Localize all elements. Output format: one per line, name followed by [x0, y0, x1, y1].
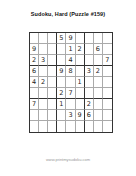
sudoku-cell-r1c1 — [30, 33, 39, 44]
sudoku-cell-r8c2 — [39, 110, 48, 121]
sudoku-cell-r7c7: 2 — [85, 99, 94, 110]
sudoku-cell-r6c6 — [76, 88, 85, 99]
sudoku-cell-r6c9 — [103, 88, 112, 99]
sudoku-cell-r1c8 — [94, 33, 103, 44]
sudoku-cell-r2c2 — [39, 44, 48, 55]
sudoku-cell-r9c8 — [94, 121, 103, 132]
sudoku-cell-r3c7 — [85, 55, 94, 66]
sudoku-cell-r3c9: 7 — [103, 55, 112, 66]
sudoku-cell-r3c4 — [57, 55, 66, 66]
sudoku-cell-r4c6 — [76, 66, 85, 77]
sudoku-cell-r5c3 — [48, 77, 57, 88]
sudoku-cell-r9c7 — [85, 121, 94, 132]
sudoku-cell-r8c1 — [30, 110, 39, 121]
sudoku-cell-r8c3 — [48, 110, 57, 121]
sudoku-cell-r6c7 — [85, 88, 94, 99]
sudoku-cell-r4c3 — [48, 66, 57, 77]
sudoku-cell-r5c4 — [57, 77, 66, 88]
sudoku-cell-r9c1 — [30, 121, 39, 132]
sudoku-cell-r3c1: 2 — [30, 55, 39, 66]
sudoku-cell-r1c3 — [48, 33, 57, 44]
sudoku-cell-r6c3 — [48, 88, 57, 99]
sudoku-cell-r3c3 — [48, 55, 57, 66]
sudoku-cell-r8c9 — [103, 110, 112, 121]
sudoku-cell-r2c3 — [48, 44, 57, 55]
sudoku-cell-r5c9 — [103, 77, 112, 88]
sudoku-cell-r9c4 — [57, 121, 66, 132]
sudoku-cell-r1c2 — [39, 33, 48, 44]
sudoku-cell-r2c7 — [85, 44, 94, 55]
sudoku-cell-r5c5 — [66, 77, 75, 88]
sudoku-cell-r4c7: 3 — [85, 66, 94, 77]
sudoku-cell-r7c1: 7 — [30, 99, 39, 110]
sudoku-cell-r6c5: 7 — [66, 88, 75, 99]
sudoku-cell-r2c8: 6 — [94, 44, 103, 55]
sudoku-cell-r7c3 — [48, 99, 57, 110]
sudoku-cell-r4c9 — [103, 66, 112, 77]
sudoku-cell-r7c5 — [66, 99, 75, 110]
sudoku-cell-r9c5 — [66, 121, 75, 132]
sudoku-cell-r4c1: 6 — [30, 66, 39, 77]
sudoku-cell-r1c6 — [76, 33, 85, 44]
sudoku-cell-r9c3 — [48, 121, 57, 132]
sudoku-cell-r3c8 — [94, 55, 103, 66]
sudoku-cell-r4c5: 8 — [66, 66, 75, 77]
sudoku-cell-r3c2: 3 — [39, 55, 48, 66]
sudoku-cell-r5c6: 1 — [76, 77, 85, 88]
sudoku-cell-r4c4: 9 — [57, 66, 66, 77]
sudoku-cell-r5c2: 2 — [39, 77, 48, 88]
sudoku-cell-r5c8 — [94, 77, 103, 88]
sudoku-cell-r9c9 — [103, 121, 112, 132]
sudoku-cell-r7c2 — [39, 99, 48, 110]
footer-url: www.printmysudoku.com — [0, 157, 136, 162]
sudoku-cell-r4c8: 2 — [94, 66, 103, 77]
sudoku-cell-r7c9 — [103, 99, 112, 110]
sudoku-cell-r1c9 — [103, 33, 112, 44]
page-title: Sudoku, Hard (Puzzle #159) — [0, 11, 136, 17]
sudoku-cell-r8c4 — [57, 110, 66, 121]
sudoku-cell-r9c2 — [39, 121, 48, 132]
sudoku-cell-r2c4 — [57, 44, 66, 55]
sudoku-cell-r2c6: 2 — [76, 44, 85, 55]
sudoku-cell-r6c4: 2 — [57, 88, 66, 99]
sudoku-cell-r8c7: 6 — [85, 110, 94, 121]
sudoku-cell-r2c5: 1 — [66, 44, 75, 55]
sudoku-cell-r7c4: 1 — [57, 99, 66, 110]
sudoku-cell-r8c6: 9 — [76, 110, 85, 121]
sudoku-cell-r1c4: 5 — [57, 33, 66, 44]
sudoku-cell-r4c2 — [39, 66, 48, 77]
sudoku-cell-r1c7 — [85, 33, 94, 44]
sudoku-cell-r5c7 — [85, 77, 94, 88]
sudoku-sheet: { "game": "sudoku", "difficulty": "Hard"… — [0, 0, 136, 176]
sudoku-cell-r2c9 — [103, 44, 112, 55]
sudoku-cell-r6c1 — [30, 88, 39, 99]
sudoku-cell-r8c8 — [94, 110, 103, 121]
sudoku-cell-r2c1: 9 — [30, 44, 39, 55]
sudoku-cell-r6c8 — [94, 88, 103, 99]
sudoku-cell-r3c6 — [76, 55, 85, 66]
sudoku-board: 59912623476983242127712396 — [29, 32, 113, 133]
sudoku-cell-r3c5: 4 — [66, 55, 75, 66]
sudoku-cell-r6c2 — [39, 88, 48, 99]
sudoku-cell-r1c5: 9 — [66, 33, 75, 44]
sudoku-cell-r5c1: 4 — [30, 77, 39, 88]
sudoku-cell-r7c8 — [94, 99, 103, 110]
sudoku-cell-r8c5: 3 — [66, 110, 75, 121]
sudoku-cell-r9c6 — [76, 121, 85, 132]
sudoku-cell-r7c6 — [76, 99, 85, 110]
